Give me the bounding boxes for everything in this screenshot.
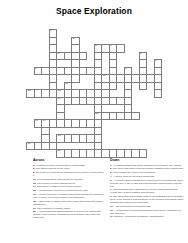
crossword-grid: 1234567891011121314151617181920 <box>26 29 163 158</box>
cell-number: 14 <box>58 98 61 101</box>
grid-cell[interactable] <box>71 74 80 83</box>
down-header: Down <box>110 158 185 162</box>
across-header: Across <box>33 158 105 162</box>
clue-number: 2. <box>110 167 113 170</box>
clue-number: 5. <box>33 167 36 170</box>
grid-cell[interactable] <box>79 52 88 61</box>
clue-number: 17. <box>110 215 114 218</box>
clue-item: 20. A rocket-launched spacecraft able to… <box>33 211 105 220</box>
clue-number: 18. <box>33 200 37 203</box>
clue-number: 13. <box>110 209 114 212</box>
clue-item: 9. The intellectual and practical activi… <box>110 196 185 205</box>
down-clue-column: Down 1. All existing matter and space co… <box>110 158 185 220</box>
grid-cell[interactable] <box>139 82 148 91</box>
cell-number: 3 <box>95 45 96 48</box>
cell-number: 10 <box>103 75 106 78</box>
clue-number: 16. <box>33 193 37 196</box>
grid-cell[interactable] <box>116 44 125 53</box>
cell-number: 20 <box>58 150 61 153</box>
clue-item: 6. A celestial object consisting of a nu… <box>110 180 185 189</box>
down-clue-list: 1. All existing matter and space conside… <box>110 165 185 220</box>
cell-number: 7 <box>155 60 156 63</box>
clue-number: 11. <box>110 205 114 208</box>
clue-number: 15. <box>33 189 37 192</box>
cell-number: 5 <box>58 53 59 56</box>
across-clue-list: 3. An object in space that reflects or c… <box>33 165 105 221</box>
grid-cell[interactable] <box>154 89 163 98</box>
cell-number: 4 <box>110 45 111 48</box>
across-clue-column: Across 3. An object in space that reflec… <box>33 158 105 221</box>
clue-number: 12. <box>33 182 37 185</box>
cell-number: 2 <box>73 38 74 41</box>
cell-number: 9 <box>125 68 126 71</box>
cell-number: 17 <box>43 120 46 123</box>
clue-number: 9. <box>110 195 113 198</box>
cell-number: 18 <box>58 135 61 138</box>
cell-number: 11 <box>65 83 67 86</box>
clue-number: 3. <box>110 171 113 174</box>
cell-number: 13 <box>58 90 61 93</box>
clue-number: 7. <box>110 188 113 191</box>
cell-number: 6 <box>140 53 141 56</box>
clue-number: 19. <box>33 207 37 210</box>
cell-number: 8 <box>35 68 36 71</box>
clue-number: 10. <box>33 178 37 181</box>
clue-number: 3. <box>33 164 36 167</box>
cell-number: 19 <box>28 143 31 146</box>
grid-cell[interactable] <box>131 112 140 121</box>
puzzle-title: Space Exploration <box>0 6 188 16</box>
cell-number: 16 <box>35 120 38 123</box>
cell-number: 15 <box>95 113 98 116</box>
clue-number: 20. <box>33 210 37 213</box>
clue-number: 1. <box>110 164 113 167</box>
clue-item: 18. A small body of matter from outer sp… <box>33 201 105 207</box>
cell-number: 12 <box>28 90 31 93</box>
clue-number: 6. <box>110 179 113 182</box>
clue-number: 14. <box>33 185 37 188</box>
grid-cell[interactable] <box>109 82 118 91</box>
clue-item: 17. National Aeronautics and Space Admin… <box>110 216 185 219</box>
cell-number: 1 <box>50 30 51 33</box>
clue-number: 8. <box>33 171 36 174</box>
clue-number: 4. <box>110 175 113 178</box>
grid-cell[interactable] <box>139 149 148 158</box>
